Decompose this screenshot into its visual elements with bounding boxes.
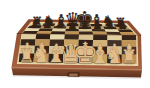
piece-black-pawn-d7[interactable]: ♟ (68, 19, 78, 32)
square-a4[interactable] (21, 34, 36, 40)
piece-black-pawn-b7[interactable]: ♟ (42, 18, 52, 31)
piece-black-pawn-a7[interactable]: ♟ (30, 18, 40, 31)
piece-black-pawn-c7[interactable]: ♟ (55, 18, 65, 31)
folding-chess-board: ♜♞♝♛♚♝♞♜♟♟♟♟♟♟♟♟♟♟♟♟♟♟♟♟♜♞♝♛♚♝♞♜ (0, 0, 150, 88)
piece-black-pawn-f7[interactable]: ♟ (93, 19, 103, 32)
piece-black-pawn-g7[interactable]: ♟ (105, 19, 115, 32)
clasp-tab (69, 73, 78, 76)
chess-set-photo: ♜♞♝♛♚♝♞♜♟♟♟♟♟♟♟♟♟♟♟♟♟♟♟♟♜♞♝♛♚♝♞♜ (0, 0, 150, 88)
piece-white-rook-h1[interactable]: ♜ (121, 46, 138, 67)
piece-black-pawn-h7[interactable]: ♟ (118, 19, 128, 32)
piece-black-pawn-e7[interactable]: ♟ (80, 19, 90, 32)
